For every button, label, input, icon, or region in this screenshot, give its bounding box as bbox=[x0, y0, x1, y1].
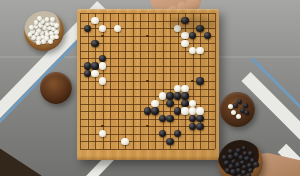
black-stone[interactable] bbox=[166, 138, 173, 145]
white-bowl-stone bbox=[48, 39, 53, 44]
white-bowl-stone bbox=[41, 39, 46, 44]
white-stone[interactable] bbox=[99, 25, 106, 32]
hoshi-point bbox=[101, 125, 103, 127]
captured-white-stone bbox=[231, 110, 236, 115]
white-stone[interactable] bbox=[114, 25, 121, 32]
black-stone[interactable] bbox=[174, 107, 181, 114]
white-stone[interactable] bbox=[196, 107, 203, 114]
white-stone[interactable] bbox=[151, 100, 158, 107]
grid-line-h bbox=[80, 141, 215, 142]
hoshi-point bbox=[101, 35, 103, 37]
black-stone[interactable] bbox=[204, 32, 211, 39]
grid-line-v bbox=[155, 13, 156, 148]
black-stone[interactable] bbox=[174, 92, 181, 99]
white-bowl-stone bbox=[37, 16, 42, 21]
black-stone[interactable] bbox=[84, 25, 91, 32]
black-stone[interactable] bbox=[159, 115, 166, 122]
black-stone[interactable] bbox=[144, 107, 151, 114]
black-stone[interactable] bbox=[174, 130, 181, 137]
white-stone[interactable] bbox=[121, 138, 128, 145]
captured-black-stone bbox=[233, 103, 238, 108]
black-stone[interactable] bbox=[181, 100, 188, 107]
white-stone[interactable] bbox=[196, 47, 203, 54]
black-stone-bowl bbox=[218, 140, 263, 176]
table-scene bbox=[0, 0, 300, 176]
black-stone[interactable] bbox=[189, 32, 196, 39]
white-stone[interactable] bbox=[181, 32, 188, 39]
black-stone[interactable] bbox=[181, 92, 188, 99]
black-bowl-stone bbox=[246, 173, 251, 176]
grid-line-v bbox=[178, 13, 179, 148]
white-bowl-stone bbox=[50, 17, 55, 22]
white-stone[interactable] bbox=[91, 17, 98, 24]
black-bowl-stone bbox=[236, 148, 241, 153]
black-bowl-stone bbox=[235, 162, 240, 167]
black-bowl-stone bbox=[253, 162, 258, 167]
captured-black-stone bbox=[243, 103, 248, 108]
grid-line-v bbox=[215, 13, 216, 148]
white-bowl-stone bbox=[28, 32, 32, 36]
white-stone[interactable] bbox=[159, 92, 166, 99]
black-stone[interactable] bbox=[99, 55, 106, 62]
hoshi-point bbox=[146, 125, 148, 127]
white-stone[interactable] bbox=[189, 47, 196, 54]
white-stone[interactable] bbox=[91, 70, 98, 77]
white-bowl-stone bbox=[45, 17, 49, 21]
black-stone[interactable] bbox=[91, 62, 98, 69]
white-stone[interactable] bbox=[189, 107, 196, 114]
white-stone[interactable] bbox=[189, 100, 196, 107]
captured-white-stone bbox=[236, 114, 241, 119]
white-stone[interactable] bbox=[99, 77, 106, 84]
white-stone[interactable] bbox=[99, 62, 106, 69]
black-bowl-stone bbox=[225, 168, 230, 173]
black-stone[interactable] bbox=[166, 100, 173, 107]
white-bowl-stone bbox=[54, 23, 59, 28]
grid-line-v bbox=[170, 13, 171, 148]
captured-black-stone bbox=[244, 110, 249, 115]
empty-bowl-lid bbox=[40, 72, 72, 104]
white-bowl-stone bbox=[54, 35, 59, 40]
black-stone[interactable] bbox=[84, 70, 91, 77]
black-stone[interactable] bbox=[196, 123, 203, 130]
black-stone[interactable] bbox=[91, 40, 98, 47]
hoshi-point bbox=[191, 80, 193, 82]
white-bowl-stone bbox=[31, 35, 36, 40]
hand-shadow bbox=[168, 16, 214, 32]
captured-white-stone bbox=[228, 104, 233, 109]
black-bowl-stone bbox=[224, 160, 230, 166]
white-stone-bowl bbox=[24, 11, 64, 51]
black-bowl-stone bbox=[236, 168, 241, 173]
black-bowl-stone bbox=[228, 154, 233, 159]
grid-line-h bbox=[80, 89, 215, 90]
grid-line-h bbox=[80, 149, 215, 150]
black-bowl-stone bbox=[242, 146, 247, 151]
black-bowl-stone bbox=[244, 156, 249, 161]
black-stone[interactable] bbox=[166, 115, 173, 122]
black-bowl-stone bbox=[228, 149, 233, 154]
captured-black-stone bbox=[237, 99, 242, 104]
white-bowl-stone bbox=[29, 25, 34, 30]
black-stone[interactable] bbox=[84, 62, 91, 69]
white-stone[interactable] bbox=[174, 85, 181, 92]
black-stone[interactable] bbox=[196, 115, 203, 122]
white-bowl-stone bbox=[34, 24, 39, 29]
white-stone[interactable] bbox=[181, 85, 188, 92]
black-bowl-stone bbox=[238, 155, 243, 160]
grid-line-h bbox=[80, 96, 215, 97]
black-bowl-stone bbox=[248, 151, 253, 156]
capture-lid bbox=[220, 92, 255, 127]
black-bowl-stone bbox=[242, 165, 247, 170]
black-bowl-stone bbox=[234, 152, 240, 158]
hoshi-point bbox=[146, 80, 148, 82]
hoshi-point bbox=[146, 35, 148, 37]
black-stone[interactable] bbox=[166, 92, 173, 99]
black-stone[interactable] bbox=[151, 107, 158, 114]
white-stone[interactable] bbox=[99, 130, 106, 137]
black-stone[interactable] bbox=[189, 115, 196, 122]
white-stone[interactable] bbox=[181, 40, 188, 47]
black-bowl-stone bbox=[230, 169, 235, 174]
black-stone[interactable] bbox=[196, 77, 203, 84]
table-corner-shadow bbox=[0, 146, 42, 176]
white-bowl-stone bbox=[36, 40, 41, 45]
white-stone[interactable] bbox=[181, 107, 188, 114]
grid-line-v bbox=[163, 13, 164, 148]
black-stone[interactable] bbox=[159, 130, 166, 137]
black-stone[interactable] bbox=[189, 123, 196, 130]
